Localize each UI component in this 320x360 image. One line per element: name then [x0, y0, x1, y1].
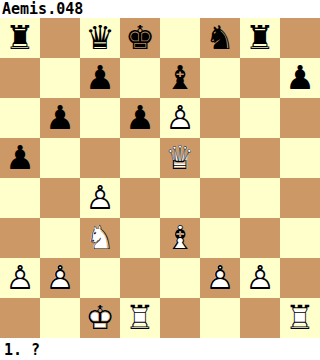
square-a1[interactable]: [0, 298, 40, 338]
square-a3[interactable]: [0, 218, 40, 258]
square-d1[interactable]: ♜♖: [120, 298, 160, 338]
square-f7[interactable]: [200, 58, 240, 98]
square-e7[interactable]: ♝: [160, 58, 200, 98]
black-piece-glyph: ♟: [0, 138, 40, 178]
square-d8[interactable]: ♚: [120, 18, 160, 58]
square-c6[interactable]: [80, 98, 120, 138]
white-piece-outline: ♙: [0, 258, 40, 298]
square-d4[interactable]: [120, 178, 160, 218]
square-g1[interactable]: [240, 298, 280, 338]
white-queen: ♛♕: [160, 138, 200, 178]
square-g6[interactable]: [240, 98, 280, 138]
square-h3[interactable]: [280, 218, 320, 258]
square-b7[interactable]: [40, 58, 80, 98]
chess-board: ♜♛♚♞♜♟♝♟♟♟♟♙♟♛♕♟♙♞♘♝♗♟♙♟♙♟♙♟♙♚♔♜♖♜♖: [0, 18, 320, 338]
square-f3[interactable]: [200, 218, 240, 258]
square-e3[interactable]: ♝♗: [160, 218, 200, 258]
square-c7[interactable]: ♟: [80, 58, 120, 98]
white-knight: ♞♘: [80, 218, 120, 258]
square-f2[interactable]: ♟♙: [200, 258, 240, 298]
square-c8[interactable]: ♛: [80, 18, 120, 58]
white-piece-outline: ♘: [80, 218, 120, 258]
square-g5[interactable]: [240, 138, 280, 178]
square-h8[interactable]: [280, 18, 320, 58]
square-c2[interactable]: [80, 258, 120, 298]
black-piece-glyph: ♜: [0, 18, 40, 58]
square-f6[interactable]: [200, 98, 240, 138]
square-f4[interactable]: [200, 178, 240, 218]
square-e2[interactable]: [160, 258, 200, 298]
square-a4[interactable]: [0, 178, 40, 218]
black-piece-glyph: ♝: [160, 58, 200, 98]
square-f1[interactable]: [200, 298, 240, 338]
square-a6[interactable]: [0, 98, 40, 138]
white-pawn: ♟♙: [200, 258, 240, 298]
white-piece-outline: ♙: [160, 98, 200, 138]
white-piece-outline: ♙: [80, 178, 120, 218]
black-pawn: ♟: [40, 98, 80, 138]
black-pawn: ♟: [120, 98, 160, 138]
black-pawn: ♟: [80, 58, 120, 98]
white-pawn: ♟♙: [0, 258, 40, 298]
square-d2[interactable]: [120, 258, 160, 298]
square-b2[interactable]: ♟♙: [40, 258, 80, 298]
square-h4[interactable]: [280, 178, 320, 218]
square-a5[interactable]: ♟: [0, 138, 40, 178]
black-piece-glyph: ♟: [40, 98, 80, 138]
black-piece-glyph: ♟: [120, 98, 160, 138]
black-piece-glyph: ♟: [280, 58, 320, 98]
square-h1[interactable]: ♜♖: [280, 298, 320, 338]
square-b6[interactable]: ♟: [40, 98, 80, 138]
square-e6[interactable]: ♟♙: [160, 98, 200, 138]
white-piece-outline: ♗: [160, 218, 200, 258]
square-a7[interactable]: [0, 58, 40, 98]
square-d5[interactable]: [120, 138, 160, 178]
square-a2[interactable]: ♟♙: [0, 258, 40, 298]
black-rook: ♜: [240, 18, 280, 58]
square-g2[interactable]: ♟♙: [240, 258, 280, 298]
black-piece-glyph: ♚: [120, 18, 160, 58]
move-prompt: 1. ?: [0, 338, 320, 360]
white-piece-outline: ♖: [280, 298, 320, 338]
square-d6[interactable]: ♟: [120, 98, 160, 138]
square-d7[interactable]: [120, 58, 160, 98]
square-d3[interactable]: [120, 218, 160, 258]
black-piece-glyph: ♜: [240, 18, 280, 58]
black-rook: ♜: [0, 18, 40, 58]
square-g3[interactable]: [240, 218, 280, 258]
black-piece-glyph: ♟: [80, 58, 120, 98]
square-c4[interactable]: ♟♙: [80, 178, 120, 218]
square-f8[interactable]: ♞: [200, 18, 240, 58]
white-pawn: ♟♙: [160, 98, 200, 138]
black-king: ♚: [120, 18, 160, 58]
square-b8[interactable]: [40, 18, 80, 58]
puzzle-title: Aemis.048: [0, 0, 320, 18]
white-king: ♚♔: [80, 298, 120, 338]
square-c1[interactable]: ♚♔: [80, 298, 120, 338]
square-g8[interactable]: ♜: [240, 18, 280, 58]
square-h7[interactable]: ♟: [280, 58, 320, 98]
square-b5[interactable]: [40, 138, 80, 178]
square-e1[interactable]: [160, 298, 200, 338]
square-c3[interactable]: ♞♘: [80, 218, 120, 258]
black-pawn: ♟: [280, 58, 320, 98]
square-b4[interactable]: [40, 178, 80, 218]
square-b1[interactable]: [40, 298, 80, 338]
black-bishop: ♝: [160, 58, 200, 98]
square-h2[interactable]: [280, 258, 320, 298]
square-h6[interactable]: [280, 98, 320, 138]
black-queen: ♛: [80, 18, 120, 58]
white-piece-outline: ♔: [80, 298, 120, 338]
white-pawn: ♟♙: [240, 258, 280, 298]
black-pawn: ♟: [0, 138, 40, 178]
square-h5[interactable]: [280, 138, 320, 178]
black-piece-glyph: ♛: [80, 18, 120, 58]
white-piece-outline: ♙: [200, 258, 240, 298]
white-piece-outline: ♖: [120, 298, 160, 338]
white-pawn: ♟♙: [40, 258, 80, 298]
white-piece-outline: ♙: [240, 258, 280, 298]
white-piece-outline: ♙: [40, 258, 80, 298]
square-b3[interactable]: [40, 218, 80, 258]
white-piece-outline: ♕: [160, 138, 200, 178]
white-pawn: ♟♙: [80, 178, 120, 218]
square-e8[interactable]: [160, 18, 200, 58]
white-rook: ♜♖: [120, 298, 160, 338]
square-g4[interactable]: [240, 178, 280, 218]
square-e5[interactable]: ♛♕: [160, 138, 200, 178]
black-knight: ♞: [200, 18, 240, 58]
square-c5[interactable]: [80, 138, 120, 178]
square-a8[interactable]: ♜: [0, 18, 40, 58]
square-e4[interactable]: [160, 178, 200, 218]
white-bishop: ♝♗: [160, 218, 200, 258]
square-g7[interactable]: [240, 58, 280, 98]
white-rook: ♜♖: [280, 298, 320, 338]
square-f5[interactable]: [200, 138, 240, 178]
black-piece-glyph: ♞: [200, 18, 240, 58]
